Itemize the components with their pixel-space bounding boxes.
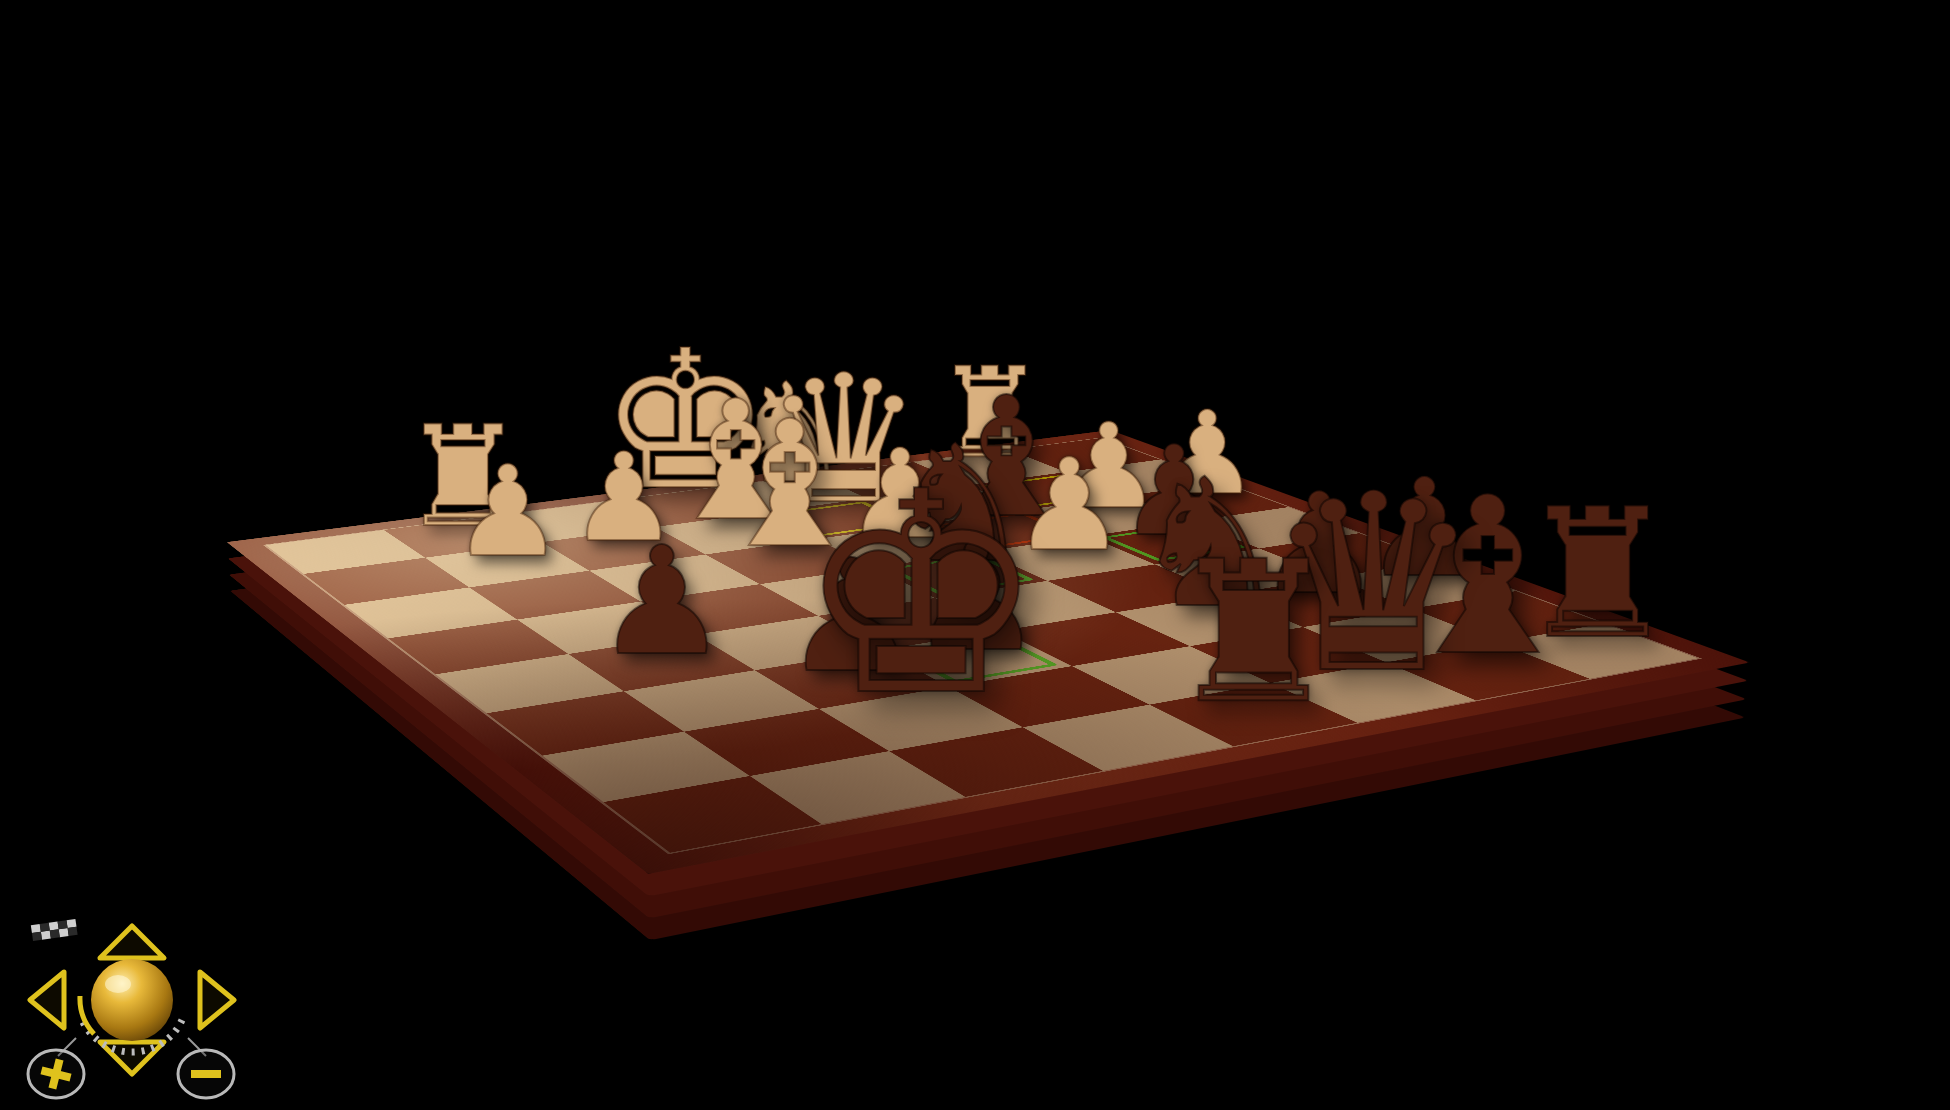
zoom-in-button[interactable] — [28, 1050, 84, 1098]
piece-black-pawn-g5[interactable]: ♟ — [595, 527, 729, 676]
rotate-left-arrow[interactable] — [30, 972, 64, 1028]
rotate-down-arrow[interactable] — [100, 1042, 164, 1074]
zoom-out-button[interactable] — [178, 1050, 234, 1098]
piece-black-king-f7[interactable]: ♚ — [796, 456, 1046, 735]
chess-3d-scene: ♜♝♛♜♚♟♟♞♟♟♟♟♟♞♟♟♝♟♝♛♝♟♟♜♞♚♜ — [0, 0, 1950, 1110]
piece-white-pawn-g2[interactable]: ♟ — [451, 450, 563, 575]
rotate-right-arrow[interactable] — [200, 972, 234, 1028]
checkered-flag-icon[interactable] — [31, 919, 78, 941]
trackball-icon[interactable] — [91, 959, 173, 1041]
rotate-up-arrow[interactable] — [100, 926, 164, 958]
board-navigation-widget — [14, 908, 246, 1104]
trackball-highlight — [105, 975, 131, 993]
piece-black-rook-d8[interactable]: ♜ — [1166, 535, 1341, 730]
